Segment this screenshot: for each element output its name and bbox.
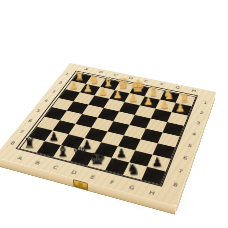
white-pawn: ♟ [175,103,185,114]
white-pawn: ♟ [143,96,152,107]
square [107,121,129,135]
white-pawn: ♟ [128,93,137,103]
black-knight: ♞ [126,162,139,177]
white-pawn: ♟ [68,80,77,90]
black-rook: ♜ [23,137,35,150]
black-bishop: ♝ [55,143,69,158]
black-knight: ♞ [39,140,52,154]
black-king: ♚ [88,147,106,167]
chessboard: ABCDEFGH ABCDEFGH 12345678 12345678 ♜♞♝♛… [0,63,216,206]
coordinate-label: 8 [169,177,182,193]
black-bishop: ♝ [107,156,121,172]
square [135,105,156,118]
square [141,129,163,144]
white-pawn: ♟ [98,86,107,96]
coordinate-label: G [120,183,142,194]
white-pawn: ♟ [113,90,122,100]
square [45,107,67,120]
square [167,112,188,126]
black-queen: ♛ [71,145,87,163]
square [151,109,172,122]
coordinate-label: H [140,188,163,199]
board-frame: ♜♞♝♛♚♝♞♜♟♟♟♟♟♟♟♟♟♟♟♟♟♟♟♟♜♞♝♛♚♝♞♜ [16,71,198,187]
white-pawn: ♟ [159,99,169,110]
coordinate-label: F [101,178,123,189]
black-rook: ♜ [145,167,157,181]
scene: ABCDEFGH ABCDEFGH 12345678 12345678 ♜♞♝♛… [0,0,228,228]
coordinate-label: 3 [193,117,204,129]
white-pawn: ♟ [83,83,92,93]
square [158,132,180,147]
brass-clasp-icon [73,179,88,190]
coordinate-label: 4 [188,128,199,141]
product-photo: ABCDEFGH ABCDEFGH 12345678 12345678 ♜♞♝♛… [0,0,228,228]
